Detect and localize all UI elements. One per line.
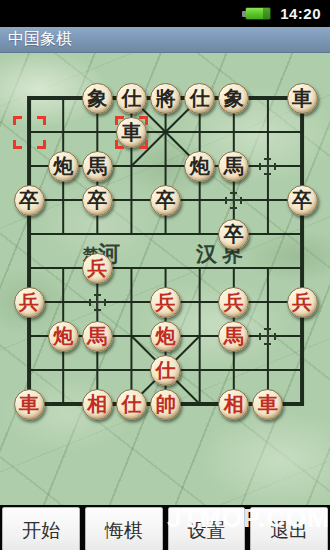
point-marker (259, 158, 276, 175)
piece-red-soldier[interactable]: 兵 (14, 287, 45, 318)
piece-red-chariot[interactable]: 車 (252, 389, 283, 420)
piece-red-soldier[interactable]: 兵 (82, 253, 113, 284)
piece-black-elephant[interactable]: 象 (82, 83, 113, 114)
piece-black-general[interactable]: 將 (150, 83, 181, 114)
piece-red-general[interactable]: 帥 (150, 389, 181, 420)
piece-red-elephant[interactable]: 相 (82, 389, 113, 420)
piece-red-chariot[interactable]: 車 (14, 389, 45, 420)
point-marker (225, 192, 242, 209)
piece-red-advisor[interactable]: 仕 (150, 355, 181, 386)
piece-black-cannon[interactable]: 炮 (184, 151, 215, 182)
piece-black-soldier[interactable]: 卒 (150, 185, 181, 216)
status-bar: 14:20 (0, 0, 330, 27)
battery-icon (245, 7, 271, 20)
piece-black-soldier[interactable]: 卒 (14, 185, 45, 216)
piece-black-soldier[interactable]: 卒 (218, 219, 249, 250)
bottom-toolbar: 开始悔棋设置退出 (0, 505, 330, 550)
piece-red-soldier[interactable]: 兵 (287, 287, 318, 318)
start-button[interactable]: 开始 (2, 507, 80, 550)
piece-black-chariot[interactable]: 車 (116, 117, 147, 148)
page-title: 中国象棋 (8, 29, 72, 50)
piece-black-advisor[interactable]: 仕 (184, 83, 215, 114)
piece-red-soldier[interactable]: 兵 (150, 287, 181, 318)
settings-button[interactable]: 设置 (168, 507, 246, 550)
last-move-from-marker (13, 116, 46, 149)
piece-black-advisor[interactable]: 仕 (116, 83, 147, 114)
piece-red-horse[interactable]: 馬 (218, 321, 249, 352)
piece-black-soldier[interactable]: 卒 (82, 185, 113, 216)
piece-black-chariot[interactable]: 車 (287, 83, 318, 114)
piece-red-advisor[interactable]: 仕 (116, 389, 147, 420)
piece-red-horse[interactable]: 馬 (82, 321, 113, 352)
piece-red-elephant[interactable]: 相 (218, 389, 249, 420)
exit-button[interactable]: 退出 (250, 507, 328, 550)
point-marker (259, 328, 276, 345)
xiangqi-board[interactable]: 楚河 汉界 象仕將仕象車車炮馬炮馬卒卒卒卒卒兵兵兵兵兵炮馬炮馬仕車相仕帥相車 (0, 53, 330, 505)
piece-red-soldier[interactable]: 兵 (218, 287, 249, 318)
point-marker (89, 294, 106, 311)
piece-black-horse[interactable]: 馬 (82, 151, 113, 182)
piece-black-horse[interactable]: 馬 (218, 151, 249, 182)
undo-button[interactable]: 悔棋 (85, 507, 163, 550)
piece-black-elephant[interactable]: 象 (218, 83, 249, 114)
pieces-grid: 象仕將仕象車車炮馬炮馬卒卒卒卒卒兵兵兵兵兵炮馬炮馬仕車相仕帥相車 (12, 81, 319, 421)
piece-black-cannon[interactable]: 炮 (48, 151, 79, 182)
piece-red-cannon[interactable]: 炮 (150, 321, 181, 352)
piece-black-soldier[interactable]: 卒 (287, 185, 318, 216)
xiangqi-app-screen: { "game": "xiangqi", "position": { "fen"… (0, 0, 330, 550)
piece-red-cannon[interactable]: 炮 (48, 321, 79, 352)
clock-text: 14:20 (280, 5, 321, 22)
title-bar: 中国象棋 (0, 27, 330, 53)
